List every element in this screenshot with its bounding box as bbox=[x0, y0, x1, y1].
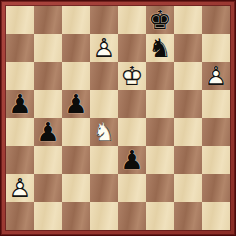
black-pawn: ♟ bbox=[118, 146, 146, 174]
square-b3[interactable] bbox=[34, 146, 62, 174]
square-f4[interactable] bbox=[146, 118, 174, 146]
square-h8[interactable] bbox=[202, 6, 230, 34]
square-g3[interactable] bbox=[174, 146, 202, 174]
square-d6[interactable] bbox=[90, 62, 118, 90]
black-pawn: ♟ bbox=[6, 90, 34, 118]
square-b7[interactable] bbox=[34, 34, 62, 62]
square-h7[interactable] bbox=[202, 34, 230, 62]
square-d5[interactable] bbox=[90, 90, 118, 118]
white-pawn: ♟♙ bbox=[6, 174, 34, 202]
black-pawn: ♟ bbox=[62, 90, 90, 118]
black-pawn: ♟ bbox=[34, 118, 62, 146]
square-b2[interactable] bbox=[34, 174, 62, 202]
square-e4[interactable] bbox=[118, 118, 146, 146]
square-d3[interactable] bbox=[90, 146, 118, 174]
white-king: ♚♔ bbox=[118, 62, 146, 90]
square-c2[interactable] bbox=[62, 174, 90, 202]
black-knight: ♞ bbox=[146, 34, 174, 62]
square-g4[interactable] bbox=[174, 118, 202, 146]
square-b8[interactable] bbox=[34, 6, 62, 34]
square-h6[interactable]: ♟♙ bbox=[202, 62, 230, 90]
square-a7[interactable] bbox=[6, 34, 34, 62]
square-g2[interactable] bbox=[174, 174, 202, 202]
square-b5[interactable] bbox=[34, 90, 62, 118]
white-knight: ♞♘ bbox=[90, 118, 118, 146]
square-e7[interactable] bbox=[118, 34, 146, 62]
square-b1[interactable] bbox=[34, 202, 62, 230]
square-a1[interactable] bbox=[6, 202, 34, 230]
white-pawn: ♟♙ bbox=[202, 62, 230, 90]
square-b6[interactable] bbox=[34, 62, 62, 90]
square-f8[interactable]: ♚ bbox=[146, 6, 174, 34]
square-a6[interactable] bbox=[6, 62, 34, 90]
square-a4[interactable] bbox=[6, 118, 34, 146]
white-pawn: ♟♙ bbox=[90, 34, 118, 62]
square-a5[interactable]: ♟ bbox=[6, 90, 34, 118]
square-h3[interactable] bbox=[202, 146, 230, 174]
square-f6[interactable] bbox=[146, 62, 174, 90]
square-d4[interactable]: ♞♘ bbox=[90, 118, 118, 146]
square-f5[interactable] bbox=[146, 90, 174, 118]
square-g5[interactable] bbox=[174, 90, 202, 118]
square-d8[interactable] bbox=[90, 6, 118, 34]
square-e1[interactable] bbox=[118, 202, 146, 230]
square-e3[interactable]: ♟ bbox=[118, 146, 146, 174]
square-g7[interactable] bbox=[174, 34, 202, 62]
square-h1[interactable] bbox=[202, 202, 230, 230]
chess-board: ♚♟♙♞♚♔♟♙♟♟♟♞♘♟♟♙ bbox=[6, 6, 230, 230]
square-c7[interactable] bbox=[62, 34, 90, 62]
square-c4[interactable] bbox=[62, 118, 90, 146]
square-d7[interactable]: ♟♙ bbox=[90, 34, 118, 62]
square-c6[interactable] bbox=[62, 62, 90, 90]
square-f2[interactable] bbox=[146, 174, 174, 202]
square-h2[interactable] bbox=[202, 174, 230, 202]
square-h5[interactable] bbox=[202, 90, 230, 118]
square-e5[interactable] bbox=[118, 90, 146, 118]
square-a3[interactable] bbox=[6, 146, 34, 174]
board-frame: ♚♟♙♞♚♔♟♙♟♟♟♞♘♟♟♙ bbox=[0, 0, 236, 236]
square-h4[interactable] bbox=[202, 118, 230, 146]
square-c1[interactable] bbox=[62, 202, 90, 230]
square-e6[interactable]: ♚♔ bbox=[118, 62, 146, 90]
square-c3[interactable] bbox=[62, 146, 90, 174]
square-f3[interactable] bbox=[146, 146, 174, 174]
square-c5[interactable]: ♟ bbox=[62, 90, 90, 118]
square-f1[interactable] bbox=[146, 202, 174, 230]
square-e2[interactable] bbox=[118, 174, 146, 202]
square-a8[interactable] bbox=[6, 6, 34, 34]
square-a2[interactable]: ♟♙ bbox=[6, 174, 34, 202]
square-d1[interactable] bbox=[90, 202, 118, 230]
square-b4[interactable]: ♟ bbox=[34, 118, 62, 146]
square-g8[interactable] bbox=[174, 6, 202, 34]
square-c8[interactable] bbox=[62, 6, 90, 34]
square-e8[interactable] bbox=[118, 6, 146, 34]
square-d2[interactable] bbox=[90, 174, 118, 202]
black-king: ♚ bbox=[146, 6, 174, 34]
square-f7[interactable]: ♞ bbox=[146, 34, 174, 62]
square-g6[interactable] bbox=[174, 62, 202, 90]
square-g1[interactable] bbox=[174, 202, 202, 230]
